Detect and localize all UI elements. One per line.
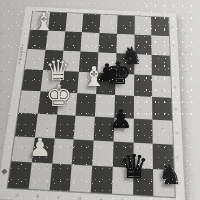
square-h4[interactable]: [152, 97, 172, 121]
square-c2[interactable]: [52, 138, 74, 164]
rank-label-6: 6: [170, 56, 179, 77]
file-label-b: b: [27, 190, 49, 200]
square-e8[interactable]: [99, 15, 117, 34]
piece-white-bishop-a8[interactable]: ♝: [33, 10, 55, 34]
file-label-a: a: [6, 189, 28, 200]
file-label-c: c: [48, 191, 70, 200]
piece-white-king-c4[interactable]: ♚: [46, 81, 73, 111]
file-label-e: e: [90, 194, 112, 200]
photo-frame: 87654321 abcdefgh ❖ ①bIauSIn ♝♛♚♝♟♞♟♚♟♛♞: [0, 0, 200, 200]
square-c1[interactable]: [49, 163, 72, 191]
square-c8[interactable]: [65, 13, 84, 32]
square-h8[interactable]: [151, 17, 169, 36]
square-d4[interactable]: [76, 93, 96, 117]
file-label-h: h: [154, 197, 175, 200]
square-g4[interactable]: [133, 96, 152, 120]
square-b1[interactable]: [28, 162, 51, 190]
file-label-g: g: [132, 196, 153, 200]
square-d7[interactable]: [81, 32, 100, 52]
file-label-f: f: [111, 195, 132, 200]
square-h7[interactable]: [152, 35, 170, 55]
rank-label-8: 8: [168, 18, 176, 37]
square-d2[interactable]: [72, 139, 94, 165]
square-g5[interactable]: [134, 74, 153, 96]
square-c3[interactable]: [54, 115, 75, 140]
rank-label-5: 5: [170, 76, 179, 98]
piece-black-knight-h1[interactable]: ♞: [158, 161, 182, 188]
square-g3[interactable]: [133, 119, 153, 144]
piece-black-pawn-f3[interactable]: ♟: [109, 106, 132, 132]
rank-label-4: 4: [171, 98, 180, 121]
square-c7[interactable]: [63, 31, 82, 51]
square-e7[interactable]: [98, 33, 116, 53]
rank-label-7: 7: [169, 36, 177, 56]
square-h6[interactable]: [152, 55, 171, 76]
square-e1[interactable]: [91, 166, 113, 194]
file-label-d: d: [69, 192, 91, 200]
square-d1[interactable]: [70, 165, 92, 193]
square-g8[interactable]: [134, 16, 151, 35]
piece-black-queen-f1[interactable]: ♛: [119, 150, 149, 183]
square-d8[interactable]: [82, 14, 100, 33]
square-d3[interactable]: [74, 116, 95, 141]
rank-label-3: 3: [172, 121, 181, 146]
piece-white-bishop-e5[interactable]: ♝: [82, 63, 106, 90]
board-grid: [8, 11, 175, 197]
square-f8[interactable]: [117, 15, 135, 34]
square-h3[interactable]: [153, 120, 173, 145]
piece-white-pawn-b2[interactable]: ♟: [29, 135, 51, 160]
square-e2[interactable]: [92, 140, 113, 166]
piece-black-king-g5[interactable]: ♚: [104, 58, 132, 89]
square-h5[interactable]: [152, 75, 171, 98]
